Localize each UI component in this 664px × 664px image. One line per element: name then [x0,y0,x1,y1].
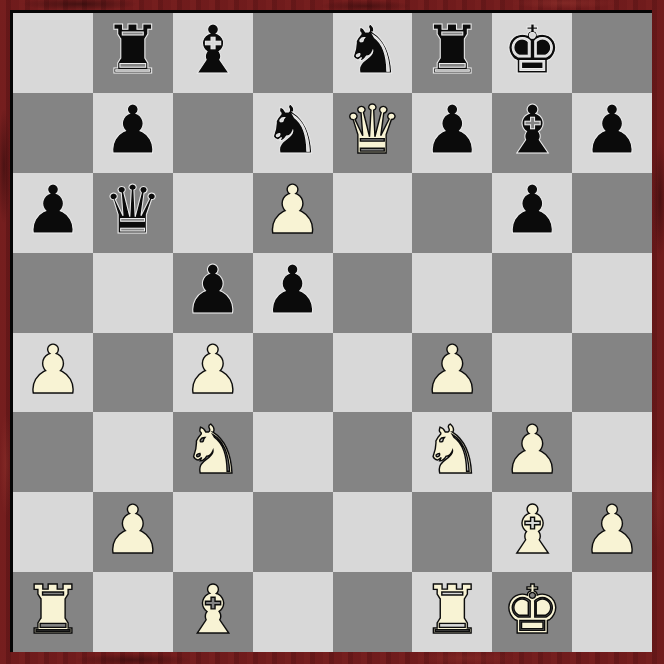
square-h3[interactable] [572,412,652,492]
piece-black-pawn: ♟ [23,173,83,250]
piece-white-pawn: ♟ [502,412,562,489]
square-h5[interactable] [572,253,652,333]
piece-black-knight: ♞ [342,13,402,90]
piece-black-bishop: ♝ [502,93,562,170]
piece-white-pawn: ♟ [103,492,163,569]
chess-board: ♜♝♞♜♚♟♞♛♟♝♟♟♛♟♟♟♟♟♟♟♞♞♟♟♝♟♜♝♜♚ [10,10,652,652]
piece-black-knight: ♞ [263,93,323,170]
square-b7[interactable]: ♟ [93,93,173,173]
square-f5[interactable] [412,253,492,333]
square-c6[interactable] [173,173,253,253]
square-b1[interactable] [93,572,173,652]
square-a3[interactable] [13,412,93,492]
square-f1[interactable]: ♜ [412,572,492,652]
square-e7[interactable]: ♛ [333,93,413,173]
square-d1[interactable] [253,572,333,652]
board-frame: ♜♝♞♜♚♟♞♛♟♝♟♟♛♟♟♟♟♟♟♟♞♞♟♟♝♟♜♝♜♚ [0,0,664,664]
square-f4[interactable]: ♟ [412,333,492,413]
square-a6[interactable]: ♟ [13,173,93,253]
square-g2[interactable]: ♝ [492,492,572,572]
square-b8[interactable]: ♜ [93,13,173,93]
square-f8[interactable]: ♜ [412,13,492,93]
square-g7[interactable]: ♝ [492,93,572,173]
square-d8[interactable] [253,13,333,93]
square-e8[interactable]: ♞ [333,13,413,93]
board-grid: ♜♝♞♜♚♟♞♛♟♝♟♟♛♟♟♟♟♟♟♟♞♞♟♟♝♟♜♝♜♚ [13,13,652,652]
square-g6[interactable]: ♟ [492,173,572,253]
square-h8[interactable] [572,13,652,93]
square-c2[interactable] [173,492,253,572]
piece-black-rook: ♜ [103,13,163,90]
square-a7[interactable] [13,93,93,173]
square-a5[interactable] [13,253,93,333]
square-d5[interactable]: ♟ [253,253,333,333]
square-c3[interactable]: ♞ [173,412,253,492]
piece-white-pawn: ♟ [183,333,243,410]
square-e4[interactable] [333,333,413,413]
square-e5[interactable] [333,253,413,333]
square-g1[interactable]: ♚ [492,572,572,652]
piece-white-rook: ♜ [422,572,482,649]
square-c4[interactable]: ♟ [173,333,253,413]
piece-white-pawn: ♟ [23,333,83,410]
square-b2[interactable]: ♟ [93,492,173,572]
piece-white-king: ♚ [502,572,562,649]
square-f7[interactable]: ♟ [412,93,492,173]
square-h1[interactable] [572,572,652,652]
square-g4[interactable] [492,333,572,413]
piece-black-king: ♚ [502,13,562,90]
piece-black-pawn: ♟ [422,93,482,170]
square-d6[interactable]: ♟ [253,173,333,253]
piece-black-pawn: ♟ [263,253,323,330]
square-e6[interactable] [333,173,413,253]
square-c5[interactable]: ♟ [173,253,253,333]
square-a8[interactable] [13,13,93,93]
square-e1[interactable] [333,572,413,652]
square-e3[interactable] [333,412,413,492]
piece-white-knight: ♞ [422,412,482,489]
square-a4[interactable]: ♟ [13,333,93,413]
piece-black-pawn: ♟ [502,173,562,250]
square-h4[interactable] [572,333,652,413]
square-d2[interactable] [253,492,333,572]
square-f2[interactable] [412,492,492,572]
piece-white-pawn: ♟ [582,492,642,569]
piece-white-bishop: ♝ [502,492,562,569]
square-c1[interactable]: ♝ [173,572,253,652]
piece-black-pawn: ♟ [183,253,243,330]
piece-white-queen: ♛ [342,93,402,170]
square-f3[interactable]: ♞ [412,412,492,492]
piece-black-queen: ♛ [103,173,163,250]
piece-black-pawn: ♟ [103,93,163,170]
square-h2[interactable]: ♟ [572,492,652,572]
square-e2[interactable] [333,492,413,572]
square-c7[interactable] [173,93,253,173]
piece-white-rook: ♜ [23,572,83,649]
square-g8[interactable]: ♚ [492,13,572,93]
square-g5[interactable] [492,253,572,333]
piece-white-bishop: ♝ [183,572,243,649]
square-d7[interactable]: ♞ [253,93,333,173]
piece-white-pawn: ♟ [422,333,482,410]
piece-white-knight: ♞ [183,412,243,489]
piece-black-rook: ♜ [422,13,482,90]
piece-black-pawn: ♟ [582,93,642,170]
square-a2[interactable] [13,492,93,572]
square-d3[interactable] [253,412,333,492]
square-b5[interactable] [93,253,173,333]
piece-white-pawn: ♟ [263,173,323,250]
square-b4[interactable] [93,333,173,413]
square-a1[interactable]: ♜ [13,572,93,652]
square-f6[interactable] [412,173,492,253]
piece-black-bishop: ♝ [183,13,243,90]
square-b6[interactable]: ♛ [93,173,173,253]
square-h7[interactable]: ♟ [572,93,652,173]
square-h6[interactable] [572,173,652,253]
square-c8[interactable]: ♝ [173,13,253,93]
square-g3[interactable]: ♟ [492,412,572,492]
square-b3[interactable] [93,412,173,492]
square-d4[interactable] [253,333,333,413]
